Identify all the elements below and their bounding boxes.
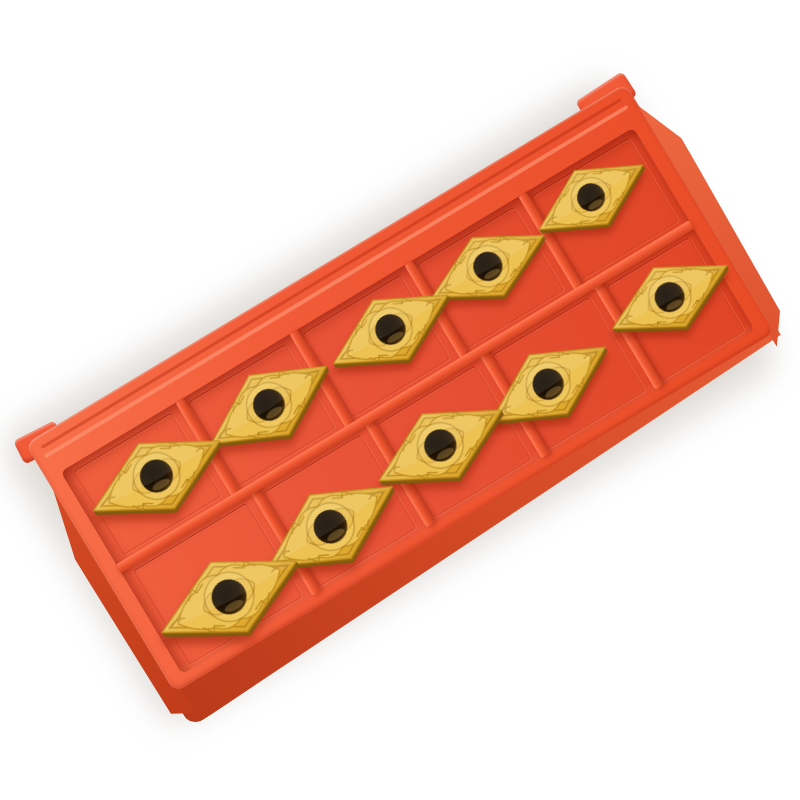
tray-top-face [25,83,774,692]
insert-tray [25,83,774,692]
product-photo [0,0,800,800]
